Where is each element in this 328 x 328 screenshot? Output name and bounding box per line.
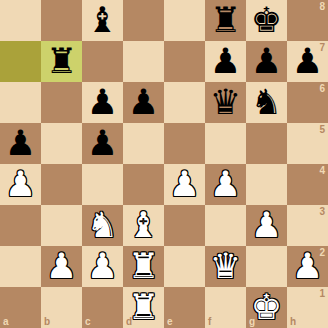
square-f1[interactable]: f [205, 287, 246, 328]
black-king[interactable]: ♚ [246, 0, 287, 41]
square-f6[interactable]: ♛ [205, 82, 246, 123]
white-bishop[interactable]: ♝ [123, 205, 164, 246]
square-a7[interactable] [0, 41, 41, 82]
rank-label-8: 8 [319, 1, 325, 12]
file-label-a: a [3, 316, 9, 327]
file-label-h: h [290, 316, 296, 327]
square-d5[interactable] [123, 123, 164, 164]
black-pawn[interactable]: ♟ [0, 123, 41, 164]
black-pawn[interactable]: ♟ [82, 123, 123, 164]
square-e4[interactable]: ♟ [164, 164, 205, 205]
white-pawn[interactable]: ♟ [246, 205, 287, 246]
square-h8[interactable]: 8 [287, 0, 328, 41]
square-f4[interactable]: ♟ [205, 164, 246, 205]
square-a6[interactable] [0, 82, 41, 123]
square-g8[interactable]: ♚ [246, 0, 287, 41]
square-a8[interactable] [0, 0, 41, 41]
white-pawn[interactable]: ♟ [164, 164, 205, 205]
square-b5[interactable] [41, 123, 82, 164]
square-f3[interactable] [205, 205, 246, 246]
square-b6[interactable] [41, 82, 82, 123]
black-knight[interactable]: ♞ [246, 82, 287, 123]
square-e6[interactable] [164, 82, 205, 123]
square-d3[interactable]: ♝ [123, 205, 164, 246]
square-h2[interactable]: ♟2 [287, 246, 328, 287]
black-pawn[interactable]: ♟ [246, 41, 287, 82]
square-b3[interactable] [41, 205, 82, 246]
black-pawn[interactable]: ♟ [287, 41, 328, 82]
square-d2[interactable]: ♜ [123, 246, 164, 287]
square-h5[interactable]: 5 [287, 123, 328, 164]
square-h4[interactable]: 4 [287, 164, 328, 205]
file-label-b: b [44, 316, 50, 327]
square-b2[interactable]: ♟ [41, 246, 82, 287]
square-a4[interactable]: ♟ [0, 164, 41, 205]
black-pawn[interactable]: ♟ [123, 82, 164, 123]
square-b4[interactable] [41, 164, 82, 205]
square-f7[interactable]: ♟ [205, 41, 246, 82]
white-queen[interactable]: ♛ [205, 246, 246, 287]
file-label-c: c [85, 316, 91, 327]
square-e2[interactable] [164, 246, 205, 287]
square-d6[interactable]: ♟ [123, 82, 164, 123]
square-c5[interactable]: ♟ [82, 123, 123, 164]
rank-label-3: 3 [319, 206, 325, 217]
square-c8[interactable]: ♝ [82, 0, 123, 41]
black-pawn[interactable]: ♟ [205, 41, 246, 82]
white-pawn[interactable]: ♟ [205, 164, 246, 205]
square-b8[interactable] [41, 0, 82, 41]
square-g5[interactable] [246, 123, 287, 164]
square-h6[interactable]: 6 [287, 82, 328, 123]
black-rook[interactable]: ♜ [41, 41, 82, 82]
white-pawn[interactable]: ♟ [287, 246, 328, 287]
white-rook[interactable]: ♜ [123, 287, 164, 328]
square-g4[interactable] [246, 164, 287, 205]
white-rook[interactable]: ♜ [123, 246, 164, 287]
rank-label-6: 6 [319, 83, 325, 94]
square-c4[interactable] [82, 164, 123, 205]
square-f5[interactable] [205, 123, 246, 164]
square-c1[interactable]: c [82, 287, 123, 328]
square-e8[interactable] [164, 0, 205, 41]
square-c3[interactable]: ♞ [82, 205, 123, 246]
square-f8[interactable]: ♜ [205, 0, 246, 41]
rank-label-5: 5 [319, 124, 325, 135]
square-c7[interactable] [82, 41, 123, 82]
square-d1[interactable]: ♜d [123, 287, 164, 328]
square-e1[interactable]: e [164, 287, 205, 328]
black-bishop[interactable]: ♝ [82, 0, 123, 41]
square-g6[interactable]: ♞ [246, 82, 287, 123]
square-f2[interactable]: ♛ [205, 246, 246, 287]
square-d4[interactable] [123, 164, 164, 205]
square-b1[interactable]: b [41, 287, 82, 328]
square-a2[interactable] [0, 246, 41, 287]
square-d8[interactable] [123, 0, 164, 41]
square-h7[interactable]: ♟7 [287, 41, 328, 82]
square-c6[interactable]: ♟ [82, 82, 123, 123]
square-g7[interactable]: ♟ [246, 41, 287, 82]
square-g3[interactable]: ♟ [246, 205, 287, 246]
black-queen[interactable]: ♛ [205, 82, 246, 123]
square-e3[interactable] [164, 205, 205, 246]
square-e5[interactable] [164, 123, 205, 164]
rank-label-4: 4 [319, 165, 325, 176]
black-pawn[interactable]: ♟ [82, 82, 123, 123]
white-pawn[interactable]: ♟ [0, 164, 41, 205]
white-pawn[interactable]: ♟ [41, 246, 82, 287]
square-h3[interactable]: 3 [287, 205, 328, 246]
white-king[interactable]: ♚ [246, 287, 287, 328]
square-a5[interactable]: ♟ [0, 123, 41, 164]
white-knight[interactable]: ♞ [82, 205, 123, 246]
file-label-f: f [208, 316, 211, 327]
square-c2[interactable]: ♟ [82, 246, 123, 287]
square-d7[interactable] [123, 41, 164, 82]
square-a1[interactable]: a [0, 287, 41, 328]
black-rook[interactable]: ♜ [205, 0, 246, 41]
chess-board[interactable]: ♝♜♚8♜♟♟♟7♟♟♛♞6♟♟5♟♟♟4♞♝♟3♟♟♜♛♟2abc♜def♚g… [0, 0, 328, 328]
file-label-e: e [167, 316, 173, 327]
square-g2[interactable] [246, 246, 287, 287]
rank-label-1: 1 [319, 288, 325, 299]
square-e7[interactable] [164, 41, 205, 82]
square-a3[interactable] [0, 205, 41, 246]
square-b7[interactable]: ♜ [41, 41, 82, 82]
white-pawn[interactable]: ♟ [82, 246, 123, 287]
square-g1[interactable]: ♚g [246, 287, 287, 328]
square-h1[interactable]: 1h [287, 287, 328, 328]
